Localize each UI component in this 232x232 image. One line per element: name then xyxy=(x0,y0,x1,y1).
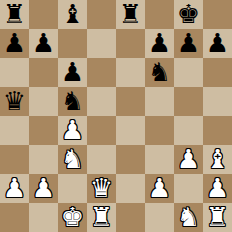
square-f1[interactable] xyxy=(145,203,174,232)
black-knight: ♞ xyxy=(61,87,84,116)
square-h3[interactable]: ♝ xyxy=(203,145,232,174)
square-e7[interactable] xyxy=(116,29,145,58)
square-h7[interactable]: ♟ xyxy=(203,29,232,58)
square-e4[interactable] xyxy=(116,116,145,145)
black-pawn: ♟ xyxy=(177,29,200,58)
square-f7[interactable]: ♟ xyxy=(145,29,174,58)
square-g5[interactable] xyxy=(174,87,203,116)
square-e6[interactable] xyxy=(116,58,145,87)
square-f3[interactable] xyxy=(145,145,174,174)
square-c7[interactable] xyxy=(58,29,87,58)
square-c6[interactable]: ♟ xyxy=(58,58,87,87)
square-d6[interactable] xyxy=(87,58,116,87)
square-c5[interactable]: ♞ xyxy=(58,87,87,116)
white-pawn: ♟ xyxy=(3,174,26,203)
white-queen: ♛ xyxy=(90,174,113,203)
square-g8[interactable]: ♚ xyxy=(174,0,203,29)
white-pawn: ♟ xyxy=(61,116,84,145)
square-a8[interactable]: ♜ xyxy=(0,0,29,29)
chess-board: ♜♝♜♚♟♟♟♟♟♟♞♛♞♟♞♟♝♟♟♛♟♟♚♜♞♜ xyxy=(0,0,232,232)
square-c1[interactable]: ♚ xyxy=(58,203,87,232)
white-pawn: ♟ xyxy=(206,174,229,203)
square-b3[interactable] xyxy=(29,145,58,174)
square-b1[interactable] xyxy=(29,203,58,232)
white-rook: ♜ xyxy=(90,203,113,232)
square-d8[interactable] xyxy=(87,0,116,29)
black-bishop: ♝ xyxy=(61,0,84,29)
square-c3[interactable]: ♞ xyxy=(58,145,87,174)
square-c2[interactable] xyxy=(58,174,87,203)
square-e5[interactable] xyxy=(116,87,145,116)
square-d1[interactable]: ♜ xyxy=(87,203,116,232)
square-g4[interactable] xyxy=(174,116,203,145)
white-pawn: ♟ xyxy=(177,145,200,174)
square-a3[interactable] xyxy=(0,145,29,174)
square-d7[interactable] xyxy=(87,29,116,58)
square-b2[interactable]: ♟ xyxy=(29,174,58,203)
square-g7[interactable]: ♟ xyxy=(174,29,203,58)
square-g1[interactable]: ♞ xyxy=(174,203,203,232)
square-f4[interactable] xyxy=(145,116,174,145)
square-h6[interactable] xyxy=(203,58,232,87)
black-king: ♚ xyxy=(177,0,200,29)
square-b6[interactable] xyxy=(29,58,58,87)
square-b5[interactable] xyxy=(29,87,58,116)
square-a6[interactable] xyxy=(0,58,29,87)
black-pawn: ♟ xyxy=(61,58,84,87)
chess-diagram: ♜♝♜♚♟♟♟♟♟♟♞♛♞♟♞♟♝♟♟♛♟♟♚♜♞♜ xyxy=(0,0,232,232)
square-a2[interactable]: ♟ xyxy=(0,174,29,203)
square-h1[interactable]: ♜ xyxy=(203,203,232,232)
square-h4[interactable] xyxy=(203,116,232,145)
square-e3[interactable] xyxy=(116,145,145,174)
black-queen: ♛ xyxy=(3,87,26,116)
black-pawn: ♟ xyxy=(3,29,26,58)
black-pawn: ♟ xyxy=(148,29,171,58)
square-b4[interactable] xyxy=(29,116,58,145)
square-a1[interactable] xyxy=(0,203,29,232)
square-d5[interactable] xyxy=(87,87,116,116)
square-g3[interactable]: ♟ xyxy=(174,145,203,174)
square-d2[interactable]: ♛ xyxy=(87,174,116,203)
square-c4[interactable]: ♟ xyxy=(58,116,87,145)
square-b8[interactable] xyxy=(29,0,58,29)
square-f5[interactable] xyxy=(145,87,174,116)
square-f8[interactable] xyxy=(145,0,174,29)
square-h2[interactable]: ♟ xyxy=(203,174,232,203)
square-h8[interactable] xyxy=(203,0,232,29)
square-d4[interactable] xyxy=(87,116,116,145)
square-c8[interactable]: ♝ xyxy=(58,0,87,29)
square-a5[interactable]: ♛ xyxy=(0,87,29,116)
square-e2[interactable] xyxy=(116,174,145,203)
square-a4[interactable] xyxy=(0,116,29,145)
square-g2[interactable] xyxy=(174,174,203,203)
square-a7[interactable]: ♟ xyxy=(0,29,29,58)
black-pawn: ♟ xyxy=(206,29,229,58)
square-d3[interactable] xyxy=(87,145,116,174)
square-f2[interactable]: ♟ xyxy=(145,174,174,203)
white-king: ♚ xyxy=(61,203,84,232)
black-rook: ♜ xyxy=(3,0,26,29)
white-rook: ♜ xyxy=(206,203,229,232)
black-pawn: ♟ xyxy=(32,29,55,58)
square-h5[interactable] xyxy=(203,87,232,116)
square-e1[interactable] xyxy=(116,203,145,232)
square-e8[interactable]: ♜ xyxy=(116,0,145,29)
square-b7[interactable]: ♟ xyxy=(29,29,58,58)
white-knight: ♞ xyxy=(61,145,84,174)
white-knight: ♞ xyxy=(177,203,200,232)
white-pawn: ♟ xyxy=(148,174,171,203)
square-f6[interactable]: ♞ xyxy=(145,58,174,87)
white-pawn: ♟ xyxy=(32,174,55,203)
black-rook: ♜ xyxy=(119,0,142,29)
square-g6[interactable] xyxy=(174,58,203,87)
white-bishop: ♝ xyxy=(206,145,229,174)
black-knight: ♞ xyxy=(148,58,171,87)
